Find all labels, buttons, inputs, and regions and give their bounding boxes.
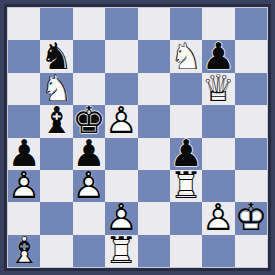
square-e5[interactable] [138, 105, 170, 137]
square-d8[interactable] [105, 8, 137, 40]
square-d7[interactable] [105, 40, 137, 72]
square-b5[interactable]: ♝ [40, 105, 72, 137]
square-h7[interactable] [235, 40, 267, 72]
chess-board-inner-frame: ♞♞♘♟♞♘♛♕♝♚♟♙♟♟♟♟♙♟♙♜♖♟♙♟♙♚♔♝♗♜♖ [4, 4, 271, 271]
square-f6[interactable] [170, 73, 202, 105]
piece-white-king[interactable]: ♚♔ [235, 202, 267, 234]
chess-board-frame: ♞♞♘♟♞♘♛♕♝♚♟♙♟♟♟♟♙♟♙♜♖♟♙♟♙♚♔♝♗♜♖ [0, 0, 275, 275]
square-a8[interactable] [8, 8, 40, 40]
white-piece-outline: ♙ [72, 167, 105, 204]
square-g5[interactable] [202, 105, 234, 137]
square-c1[interactable] [73, 235, 105, 267]
square-a3[interactable]: ♟♙ [8, 170, 40, 202]
white-piece-outline: ♔ [234, 199, 267, 236]
piece-white-queen[interactable]: ♛♕ [202, 73, 234, 105]
piece-white-pawn[interactable]: ♟♙ [73, 170, 105, 202]
square-e6[interactable] [138, 73, 170, 105]
square-b4[interactable] [40, 138, 72, 170]
square-h4[interactable] [235, 138, 267, 170]
square-d4[interactable] [105, 138, 137, 170]
white-piece-outline: ♘ [169, 37, 202, 74]
piece-white-pawn[interactable]: ♟♙ [8, 170, 40, 202]
piece-white-knight[interactable]: ♞♘ [170, 40, 202, 72]
piece-white-pawn[interactable]: ♟♙ [202, 202, 234, 234]
square-h8[interactable] [235, 8, 267, 40]
square-g1[interactable] [202, 235, 234, 267]
black-piece-glyph: ♝ [40, 102, 73, 139]
square-a1[interactable]: ♝♗ [8, 235, 40, 267]
square-h5[interactable] [235, 105, 267, 137]
square-c7[interactable] [73, 40, 105, 72]
white-piece-outline: ♖ [105, 232, 138, 269]
square-a7[interactable] [8, 40, 40, 72]
square-e7[interactable] [138, 40, 170, 72]
white-piece-outline: ♗ [8, 232, 41, 269]
white-piece-outline: ♙ [8, 167, 41, 204]
square-d5[interactable]: ♟♙ [105, 105, 137, 137]
square-g2[interactable]: ♟♙ [202, 202, 234, 234]
square-f7[interactable]: ♞♘ [170, 40, 202, 72]
square-h1[interactable] [235, 235, 267, 267]
square-e3[interactable] [138, 170, 170, 202]
square-h2[interactable]: ♚♔ [235, 202, 267, 234]
square-c8[interactable] [73, 8, 105, 40]
white-piece-outline: ♙ [202, 199, 235, 236]
piece-white-bishop[interactable]: ♝♗ [8, 235, 40, 267]
square-c2[interactable] [73, 202, 105, 234]
square-f3[interactable]: ♜♖ [170, 170, 202, 202]
white-piece-outline: ♕ [202, 70, 235, 107]
square-e2[interactable] [138, 202, 170, 234]
square-f1[interactable] [170, 235, 202, 267]
square-b2[interactable] [40, 202, 72, 234]
square-e4[interactable] [138, 138, 170, 170]
square-g6[interactable]: ♛♕ [202, 73, 234, 105]
square-b3[interactable] [40, 170, 72, 202]
square-f2[interactable] [170, 202, 202, 234]
square-a6[interactable] [8, 73, 40, 105]
square-d1[interactable]: ♜♖ [105, 235, 137, 267]
square-e8[interactable] [138, 8, 170, 40]
piece-black-bishop[interactable]: ♝ [40, 105, 72, 137]
square-h6[interactable] [235, 73, 267, 105]
piece-white-rook[interactable]: ♜♖ [105, 235, 137, 267]
square-b1[interactable] [40, 235, 72, 267]
square-c3[interactable]: ♟♙ [73, 170, 105, 202]
piece-white-pawn[interactable]: ♟♙ [105, 105, 137, 137]
chess-board: ♞♞♘♟♞♘♛♕♝♚♟♙♟♟♟♟♙♟♙♜♖♟♙♟♙♚♔♝♗♜♖ [7, 7, 268, 268]
white-piece-outline: ♙ [105, 102, 138, 139]
white-piece-outline: ♖ [169, 167, 202, 204]
square-g4[interactable] [202, 138, 234, 170]
piece-white-rook[interactable]: ♜♖ [170, 170, 202, 202]
square-e1[interactable] [138, 235, 170, 267]
